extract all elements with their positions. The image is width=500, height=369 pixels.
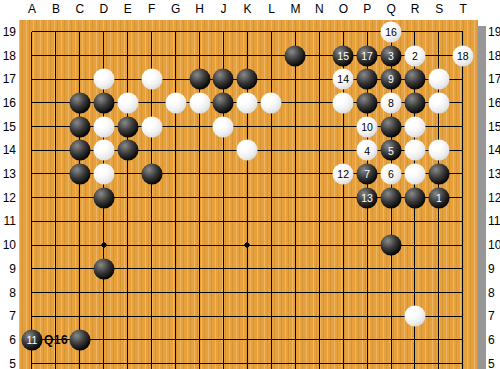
intersection-S17[interactable] <box>427 67 451 91</box>
intersection-R18[interactable]: 2 <box>403 44 427 68</box>
intersection-H18[interactable] <box>188 44 212 68</box>
intersection-S6[interactable] <box>427 328 451 352</box>
intersection-Q12[interactable] <box>379 186 403 210</box>
intersection-K8[interactable] <box>235 281 259 305</box>
intersection-N16[interactable] <box>307 91 331 115</box>
intersection-N13[interactable] <box>307 162 331 186</box>
intersection-J17[interactable] <box>212 67 236 91</box>
intersection-B19[interactable] <box>44 20 68 44</box>
intersection-K16[interactable] <box>235 91 259 115</box>
intersection-C10[interactable] <box>68 233 92 257</box>
intersection-N7[interactable] <box>307 304 331 328</box>
intersection-F16[interactable] <box>140 91 164 115</box>
intersection-T7[interactable] <box>451 304 475 328</box>
intersection-D9[interactable] <box>92 257 116 281</box>
intersection-H5[interactable] <box>188 352 212 369</box>
white-stone-R14 <box>404 140 425 161</box>
intersection-H11[interactable] <box>188 210 212 234</box>
intersection-T13[interactable] <box>451 162 475 186</box>
intersection-L11[interactable] <box>259 210 283 234</box>
intersection-E11[interactable] <box>116 210 140 234</box>
intersection-L19[interactable] <box>259 20 283 44</box>
intersection-R10[interactable] <box>403 233 427 257</box>
intersection-R7[interactable] <box>403 304 427 328</box>
intersection-A19[interactable] <box>20 20 44 44</box>
intersection-Q7[interactable] <box>379 304 403 328</box>
intersection-F6[interactable] <box>140 328 164 352</box>
intersection-E13[interactable] <box>116 162 140 186</box>
intersection-M12[interactable] <box>283 186 307 210</box>
intersection-K12[interactable] <box>235 186 259 210</box>
intersection-H16[interactable] <box>188 91 212 115</box>
intersection-A18[interactable] <box>20 44 44 68</box>
intersection-S12[interactable]: 1 <box>427 186 451 210</box>
intersection-D10[interactable] <box>92 233 116 257</box>
intersection-T14[interactable] <box>451 138 475 162</box>
intersection-A7[interactable] <box>20 304 44 328</box>
intersection-O8[interactable] <box>331 281 355 305</box>
intersection-R11[interactable] <box>403 210 427 234</box>
intersection-A14[interactable] <box>20 138 44 162</box>
intersection-O6[interactable] <box>331 328 355 352</box>
intersection-Q6[interactable] <box>379 328 403 352</box>
col-label-M: M <box>290 2 300 16</box>
intersection-Q9[interactable] <box>379 257 403 281</box>
intersection-G6[interactable] <box>164 328 188 352</box>
intersection-F5[interactable] <box>140 352 164 369</box>
intersection-C17[interactable] <box>68 67 92 91</box>
intersection-C13[interactable] <box>68 162 92 186</box>
intersection-E19[interactable] <box>116 20 140 44</box>
row-label-left-13: 13 <box>0 167 16 181</box>
intersection-C5[interactable] <box>68 352 92 369</box>
intersection-B9[interactable] <box>44 257 68 281</box>
intersection-Q8[interactable] <box>379 281 403 305</box>
intersection-S14[interactable] <box>427 138 451 162</box>
intersection-Q14[interactable]: 5 <box>379 138 403 162</box>
intersection-M5[interactable] <box>283 352 307 369</box>
intersection-F17[interactable] <box>140 67 164 91</box>
intersection-J12[interactable] <box>212 186 236 210</box>
intersection-G7[interactable] <box>164 304 188 328</box>
intersection-K14[interactable] <box>235 138 259 162</box>
intersection-M16[interactable] <box>283 91 307 115</box>
intersection-E7[interactable] <box>116 304 140 328</box>
intersection-M10[interactable] <box>283 233 307 257</box>
black-stone-D9 <box>93 258 114 279</box>
intersection-E16[interactable] <box>116 91 140 115</box>
intersection-C18[interactable] <box>68 44 92 68</box>
intersection-M8[interactable] <box>283 281 307 305</box>
intersection-K17[interactable] <box>235 67 259 91</box>
intersection-G15[interactable] <box>164 115 188 139</box>
intersection-G11[interactable] <box>164 210 188 234</box>
intersection-E8[interactable] <box>116 281 140 305</box>
intersection-J14[interactable] <box>212 138 236 162</box>
intersection-N18[interactable] <box>307 44 331 68</box>
intersection-T16[interactable] <box>451 91 475 115</box>
intersection-F10[interactable] <box>140 233 164 257</box>
intersection-C14[interactable] <box>68 138 92 162</box>
intersection-C11[interactable] <box>68 210 92 234</box>
intersection-C8[interactable] <box>68 281 92 305</box>
intersection-H12[interactable] <box>188 186 212 210</box>
row-label-right-16: 16 <box>488 96 500 110</box>
intersection-H6[interactable] <box>188 328 212 352</box>
intersection-M13[interactable] <box>283 162 307 186</box>
intersection-T8[interactable] <box>451 281 475 305</box>
intersection-O14[interactable] <box>331 138 355 162</box>
intersection-E15[interactable] <box>116 115 140 139</box>
intersection-H15[interactable] <box>188 115 212 139</box>
intersection-P9[interactable] <box>355 257 379 281</box>
intersection-S5[interactable] <box>427 352 451 369</box>
intersection-F13[interactable] <box>140 162 164 186</box>
intersection-Q10[interactable] <box>379 233 403 257</box>
intersection-S10[interactable] <box>427 233 451 257</box>
intersection-P6[interactable] <box>355 328 379 352</box>
intersection-J18[interactable] <box>212 44 236 68</box>
intersection-P18[interactable]: 17 <box>355 44 379 68</box>
intersection-Q17[interactable]: 9 <box>379 67 403 91</box>
intersection-M18[interactable] <box>283 44 307 68</box>
intersection-Q18[interactable]: 3 <box>379 44 403 68</box>
intersection-A13[interactable] <box>20 162 44 186</box>
intersection-O16[interactable] <box>331 91 355 115</box>
intersection-F18[interactable] <box>140 44 164 68</box>
row-label-right-18: 18 <box>488 49 500 63</box>
intersection-F14[interactable] <box>140 138 164 162</box>
intersection-R13[interactable] <box>403 162 427 186</box>
intersection-G18[interactable] <box>164 44 188 68</box>
intersection-P7[interactable] <box>355 304 379 328</box>
intersection-O18[interactable]: 15 <box>331 44 355 68</box>
intersection-A17[interactable] <box>20 67 44 91</box>
intersection-H8[interactable] <box>188 281 212 305</box>
intersection-L9[interactable] <box>259 257 283 281</box>
intersection-J19[interactable] <box>212 20 236 44</box>
intersection-P8[interactable] <box>355 281 379 305</box>
intersection-M15[interactable] <box>283 115 307 139</box>
intersection-N11[interactable] <box>307 210 331 234</box>
intersection-O9[interactable] <box>331 257 355 281</box>
intersection-H17[interactable] <box>188 67 212 91</box>
intersection-F15[interactable] <box>140 115 164 139</box>
intersection-A5[interactable] <box>20 352 44 369</box>
intersection-J7[interactable] <box>212 304 236 328</box>
intersection-N10[interactable] <box>307 233 331 257</box>
intersection-C19[interactable] <box>68 20 92 44</box>
intersection-P13[interactable]: 7 <box>355 162 379 186</box>
intersection-H19[interactable] <box>188 20 212 44</box>
intersection-C6[interactable] <box>68 328 92 352</box>
intersection-T12[interactable] <box>451 186 475 210</box>
intersection-J15[interactable] <box>212 115 236 139</box>
intersection-B16[interactable] <box>44 91 68 115</box>
intersection-M7[interactable] <box>283 304 307 328</box>
black-stone-M18 <box>285 45 306 66</box>
intersection-P12[interactable]: 13 <box>355 186 379 210</box>
intersection-A9[interactable] <box>20 257 44 281</box>
intersection-Q5[interactable] <box>379 352 403 369</box>
intersection-O5[interactable] <box>331 352 355 369</box>
intersection-O7[interactable] <box>331 304 355 328</box>
intersection-T6[interactable] <box>451 328 475 352</box>
intersection-D18[interactable] <box>92 44 116 68</box>
intersection-T18[interactable]: 18 <box>451 44 475 68</box>
row-label-right-8: 8 <box>488 286 500 300</box>
intersection-J13[interactable] <box>212 162 236 186</box>
intersection-R16[interactable] <box>403 91 427 115</box>
intersection-R19[interactable] <box>403 20 427 44</box>
row-label-left-9: 9 <box>0 262 16 276</box>
intersection-L7[interactable] <box>259 304 283 328</box>
intersection-P17[interactable] <box>355 67 379 91</box>
intersection-H9[interactable] <box>188 257 212 281</box>
intersection-A6[interactable]: 11 <box>20 328 44 352</box>
intersection-D12[interactable] <box>92 186 116 210</box>
intersection-J16[interactable] <box>212 91 236 115</box>
intersection-O15[interactable] <box>331 115 355 139</box>
intersection-C15[interactable] <box>68 115 92 139</box>
intersection-D15[interactable] <box>92 115 116 139</box>
intersection-O11[interactable] <box>331 210 355 234</box>
intersection-D19[interactable] <box>92 20 116 44</box>
intersection-D6[interactable] <box>92 328 116 352</box>
intersection-D14[interactable] <box>92 138 116 162</box>
intersection-K15[interactable] <box>235 115 259 139</box>
intersection-L10[interactable] <box>259 233 283 257</box>
intersection-F12[interactable] <box>140 186 164 210</box>
intersection-G5[interactable] <box>164 352 188 369</box>
intersection-G13[interactable] <box>164 162 188 186</box>
intersection-N12[interactable] <box>307 186 331 210</box>
intersection-J8[interactable] <box>212 281 236 305</box>
intersection-O13[interactable]: 12 <box>331 162 355 186</box>
intersection-Q11[interactable] <box>379 210 403 234</box>
intersection-J11[interactable] <box>212 210 236 234</box>
intersection-E5[interactable] <box>116 352 140 369</box>
intersection-D13[interactable] <box>92 162 116 186</box>
intersection-R9[interactable] <box>403 257 427 281</box>
intersection-K19[interactable] <box>235 20 259 44</box>
intersection-S15[interactable] <box>427 115 451 139</box>
intersection-E14[interactable] <box>116 138 140 162</box>
intersection-G17[interactable] <box>164 67 188 91</box>
intersection-N8[interactable] <box>307 281 331 305</box>
intersection-B17[interactable] <box>44 67 68 91</box>
intersection-G16[interactable] <box>164 91 188 115</box>
intersection-B8[interactable] <box>44 281 68 305</box>
intersection-H7[interactable] <box>188 304 212 328</box>
intersection-F19[interactable] <box>140 20 164 44</box>
intersection-E9[interactable] <box>116 257 140 281</box>
black-stone-Q17: 9 <box>381 69 402 90</box>
intersection-N19[interactable] <box>307 20 331 44</box>
intersection-K13[interactable] <box>235 162 259 186</box>
intersection-T19[interactable] <box>451 20 475 44</box>
intersection-K7[interactable] <box>235 304 259 328</box>
intersection-M6[interactable] <box>283 328 307 352</box>
intersection-Q16[interactable]: 8 <box>379 91 403 115</box>
intersection-F11[interactable] <box>140 210 164 234</box>
intersection-P16[interactable] <box>355 91 379 115</box>
black-stone-R16 <box>404 92 425 113</box>
intersection-A11[interactable] <box>20 210 44 234</box>
intersection-D17[interactable] <box>92 67 116 91</box>
intersection-O12[interactable] <box>331 186 355 210</box>
intersection-B10[interactable] <box>44 233 68 257</box>
intersection-M11[interactable] <box>283 210 307 234</box>
intersection-G10[interactable] <box>164 233 188 257</box>
intersection-T15[interactable] <box>451 115 475 139</box>
intersection-K18[interactable] <box>235 44 259 68</box>
intersection-C16[interactable] <box>68 91 92 115</box>
intersection-K11[interactable] <box>235 210 259 234</box>
intersection-J5[interactable] <box>212 352 236 369</box>
intersection-M9[interactable] <box>283 257 307 281</box>
intersection-M14[interactable] <box>283 138 307 162</box>
intersection-A12[interactable] <box>20 186 44 210</box>
intersection-N5[interactable] <box>307 352 331 369</box>
intersection-T11[interactable] <box>451 210 475 234</box>
intersection-B12[interactable] <box>44 186 68 210</box>
intersection-N15[interactable] <box>307 115 331 139</box>
intersection-A8[interactable] <box>20 281 44 305</box>
intersection-G9[interactable] <box>164 257 188 281</box>
intersection-Q13[interactable]: 6 <box>379 162 403 186</box>
intersection-S19[interactable] <box>427 20 451 44</box>
intersection-A16[interactable] <box>20 91 44 115</box>
intersection-G12[interactable] <box>164 186 188 210</box>
intersection-S11[interactable] <box>427 210 451 234</box>
intersection-N6[interactable] <box>307 328 331 352</box>
intersection-C12[interactable] <box>68 186 92 210</box>
intersection-N14[interactable] <box>307 138 331 162</box>
intersection-J6[interactable] <box>212 328 236 352</box>
intersection-T9[interactable] <box>451 257 475 281</box>
intersection-A10[interactable] <box>20 233 44 257</box>
intersection-Q19[interactable]: 16 <box>379 20 403 44</box>
intersection-A15[interactable] <box>20 115 44 139</box>
intersection-E10[interactable] <box>116 233 140 257</box>
intersection-J9[interactable] <box>212 257 236 281</box>
intersection-P10[interactable] <box>355 233 379 257</box>
intersection-O17[interactable]: 14 <box>331 67 355 91</box>
intersection-L16[interactable] <box>259 91 283 115</box>
intersection-H14[interactable] <box>188 138 212 162</box>
intersection-E12[interactable] <box>116 186 140 210</box>
intersection-L17[interactable] <box>259 67 283 91</box>
intersection-J10[interactable] <box>212 233 236 257</box>
intersection-P15[interactable]: 10 <box>355 115 379 139</box>
intersection-B11[interactable] <box>44 210 68 234</box>
intersection-B18[interactable] <box>44 44 68 68</box>
intersection-L18[interactable] <box>259 44 283 68</box>
intersection-S18[interactable] <box>427 44 451 68</box>
intersection-B13[interactable] <box>44 162 68 186</box>
intersection-F7[interactable] <box>140 304 164 328</box>
intersection-S13[interactable] <box>427 162 451 186</box>
intersection-D8[interactable] <box>92 281 116 305</box>
intersection-D5[interactable] <box>92 352 116 369</box>
intersection-K9[interactable] <box>235 257 259 281</box>
intersection-P5[interactable] <box>355 352 379 369</box>
intersection-R15[interactable] <box>403 115 427 139</box>
intersection-C7[interactable] <box>68 304 92 328</box>
intersection-L12[interactable] <box>259 186 283 210</box>
intersection-M19[interactable] <box>283 20 307 44</box>
col-label-D: D <box>100 2 109 16</box>
intersection-G19[interactable] <box>164 20 188 44</box>
intersection-D7[interactable] <box>92 304 116 328</box>
intersection-P11[interactable] <box>355 210 379 234</box>
intersection-F9[interactable] <box>140 257 164 281</box>
intersection-B15[interactable] <box>44 115 68 139</box>
intersection-D16[interactable] <box>92 91 116 115</box>
intersection-N17[interactable] <box>307 67 331 91</box>
black-stone-E15 <box>117 116 138 137</box>
intersection-F8[interactable] <box>140 281 164 305</box>
intersection-R17[interactable] <box>403 67 427 91</box>
intersection-S9[interactable] <box>427 257 451 281</box>
intersection-H10[interactable] <box>188 233 212 257</box>
intersection-B7[interactable] <box>44 304 68 328</box>
intersection-T5[interactable] <box>451 352 475 369</box>
intersection-B14[interactable] <box>44 138 68 162</box>
intersection-S8[interactable] <box>427 281 451 305</box>
intersection-K5[interactable] <box>235 352 259 369</box>
intersection-R8[interactable] <box>403 281 427 305</box>
intersection-T17[interactable] <box>451 67 475 91</box>
intersection-O19[interactable] <box>331 20 355 44</box>
intersection-R6[interactable] <box>403 328 427 352</box>
intersection-P14[interactable]: 4 <box>355 138 379 162</box>
intersection-R5[interactable] <box>403 352 427 369</box>
intersection-L14[interactable] <box>259 138 283 162</box>
intersection-S7[interactable] <box>427 304 451 328</box>
intersection-E17[interactable] <box>116 67 140 91</box>
intersection-L15[interactable] <box>259 115 283 139</box>
intersection-K10[interactable] <box>235 233 259 257</box>
intersection-Q15[interactable] <box>379 115 403 139</box>
intersection-C9[interactable] <box>68 257 92 281</box>
intersection-D11[interactable] <box>92 210 116 234</box>
intersection-M17[interactable] <box>283 67 307 91</box>
intersection-N9[interactable] <box>307 257 331 281</box>
intersection-G14[interactable] <box>164 138 188 162</box>
white-stone-S16 <box>428 92 449 113</box>
intersection-E18[interactable] <box>116 44 140 68</box>
intersection-E6[interactable] <box>116 328 140 352</box>
intersection-T10[interactable] <box>451 233 475 257</box>
intersection-O10[interactable] <box>331 233 355 257</box>
intersection-S16[interactable] <box>427 91 451 115</box>
intersection-G8[interactable] <box>164 281 188 305</box>
intersection-L13[interactable] <box>259 162 283 186</box>
intersection-R12[interactable] <box>403 186 427 210</box>
intersection-L8[interactable] <box>259 281 283 305</box>
intersection-K6[interactable] <box>235 328 259 352</box>
intersection-B5[interactable] <box>44 352 68 369</box>
intersection-L6[interactable] <box>259 328 283 352</box>
intersection-R14[interactable] <box>403 138 427 162</box>
intersection-P19[interactable] <box>355 20 379 44</box>
intersection-L5[interactable] <box>259 352 283 369</box>
col-label-J: J <box>221 2 227 16</box>
intersection-H13[interactable] <box>188 162 212 186</box>
legend-move-location: Q16 <box>44 333 68 347</box>
